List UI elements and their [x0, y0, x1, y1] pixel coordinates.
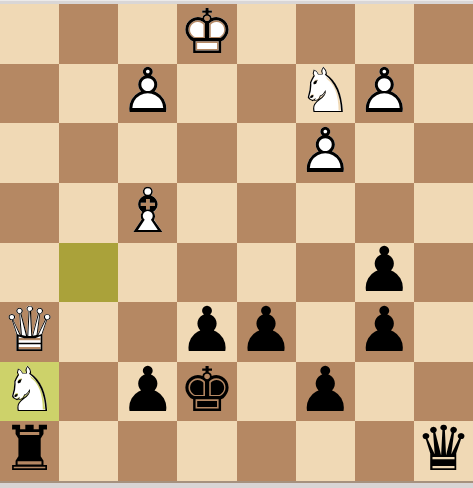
square-e2[interactable]: [237, 362, 296, 422]
square-a8[interactable]: [0, 4, 59, 64]
square-a7[interactable]: [0, 64, 59, 124]
square-h6[interactable]: [414, 123, 473, 183]
square-d2[interactable]: ♚︎: [177, 362, 236, 422]
white-knight[interactable]: ♞︎♘︎: [296, 62, 355, 122]
square-h4[interactable]: [414, 243, 473, 303]
square-c7[interactable]: ♟︎♙︎: [118, 64, 177, 124]
white-pawn-outline: ♙︎: [355, 62, 414, 122]
square-b3[interactable]: [59, 302, 118, 362]
white-queen[interactable]: ♛︎♕︎: [0, 300, 59, 360]
black-queen[interactable]: ♛︎: [414, 419, 473, 479]
square-d1[interactable]: [177, 421, 236, 481]
square-f6[interactable]: ♟︎♙︎: [296, 123, 355, 183]
window-edge-bottom: [0, 481, 473, 488]
black-king[interactable]: ♚︎: [177, 360, 236, 420]
white-pawn-outline: ♙︎: [296, 121, 355, 181]
square-a6[interactable]: [0, 123, 59, 183]
square-e8[interactable]: [237, 4, 296, 64]
square-b8[interactable]: [59, 4, 118, 64]
black-pawn-glyph: ♟︎: [118, 360, 177, 420]
square-f5[interactable]: [296, 183, 355, 243]
square-b1[interactable]: [59, 421, 118, 481]
black-pawn[interactable]: ♟︎: [237, 300, 296, 360]
chess-board-window: ♚︎♔︎♟︎♙︎♞︎♘︎♟︎♙︎♟︎♙︎♝︎♗︎♟︎♛︎♕︎♟︎♟︎♟︎♞︎♘︎…: [0, 0, 473, 488]
square-g3[interactable]: ♟︎: [355, 302, 414, 362]
square-d8[interactable]: ♚︎♔︎: [177, 4, 236, 64]
square-c4[interactable]: [118, 243, 177, 303]
white-king-outline: ♔︎: [177, 2, 236, 62]
black-pawn-glyph: ♟︎: [355, 241, 414, 301]
black-pawn[interactable]: ♟︎: [296, 360, 355, 420]
black-pawn-glyph: ♟︎: [355, 300, 414, 360]
square-h1[interactable]: ♛︎: [414, 421, 473, 481]
black-pawn-glyph: ♟︎: [177, 300, 236, 360]
white-queen-outline: ♕︎: [0, 300, 59, 360]
black-rook-glyph: ♜︎: [0, 419, 59, 479]
square-a5[interactable]: [0, 183, 59, 243]
square-e6[interactable]: [237, 123, 296, 183]
square-h8[interactable]: [414, 4, 473, 64]
black-pawn[interactable]: ♟︎: [177, 300, 236, 360]
black-rook[interactable]: ♜︎: [0, 419, 59, 479]
white-bishop[interactable]: ♝︎♗︎: [118, 181, 177, 241]
square-a1[interactable]: ♜︎: [0, 421, 59, 481]
white-pawn[interactable]: ♟︎♙︎: [296, 121, 355, 181]
square-b5[interactable]: [59, 183, 118, 243]
black-queen-glyph: ♛︎: [414, 419, 473, 479]
square-f4[interactable]: [296, 243, 355, 303]
square-g6[interactable]: [355, 123, 414, 183]
white-pawn[interactable]: ♟︎♙︎: [355, 62, 414, 122]
black-pawn[interactable]: ♟︎: [118, 360, 177, 420]
black-king-glyph: ♚︎: [177, 360, 236, 420]
square-g2[interactable]: [355, 362, 414, 422]
square-g7[interactable]: ♟︎♙︎: [355, 64, 414, 124]
square-d5[interactable]: [177, 183, 236, 243]
square-e1[interactable]: [237, 421, 296, 481]
white-knight[interactable]: ♞︎♘︎: [0, 360, 59, 420]
square-h7[interactable]: [414, 64, 473, 124]
square-b4[interactable]: [59, 243, 118, 303]
black-pawn-glyph: ♟︎: [296, 360, 355, 420]
white-bishop-outline: ♗︎: [118, 181, 177, 241]
square-d7[interactable]: [177, 64, 236, 124]
white-knight-outline: ♘︎: [0, 360, 59, 420]
white-pawn-outline: ♙︎: [118, 62, 177, 122]
square-e3[interactable]: ♟︎: [237, 302, 296, 362]
square-c2[interactable]: ♟︎: [118, 362, 177, 422]
square-f1[interactable]: [296, 421, 355, 481]
square-h5[interactable]: [414, 183, 473, 243]
square-b7[interactable]: [59, 64, 118, 124]
black-pawn[interactable]: ♟︎: [355, 300, 414, 360]
black-pawn-glyph: ♟︎: [237, 300, 296, 360]
black-pawn[interactable]: ♟︎: [355, 241, 414, 301]
square-h3[interactable]: [414, 302, 473, 362]
square-d6[interactable]: [177, 123, 236, 183]
chess-board: ♚︎♔︎♟︎♙︎♞︎♘︎♟︎♙︎♟︎♙︎♝︎♗︎♟︎♛︎♕︎♟︎♟︎♟︎♞︎♘︎…: [0, 4, 473, 481]
white-king[interactable]: ♚︎♔︎: [177, 2, 236, 62]
square-f2[interactable]: ♟︎: [296, 362, 355, 422]
square-b6[interactable]: [59, 123, 118, 183]
white-knight-outline: ♘︎: [296, 62, 355, 122]
square-b2[interactable]: [59, 362, 118, 422]
square-g1[interactable]: [355, 421, 414, 481]
square-c5[interactable]: ♝︎♗︎: [118, 183, 177, 243]
square-c1[interactable]: [118, 421, 177, 481]
square-e7[interactable]: [237, 64, 296, 124]
square-e5[interactable]: [237, 183, 296, 243]
white-pawn[interactable]: ♟︎♙︎: [118, 62, 177, 122]
